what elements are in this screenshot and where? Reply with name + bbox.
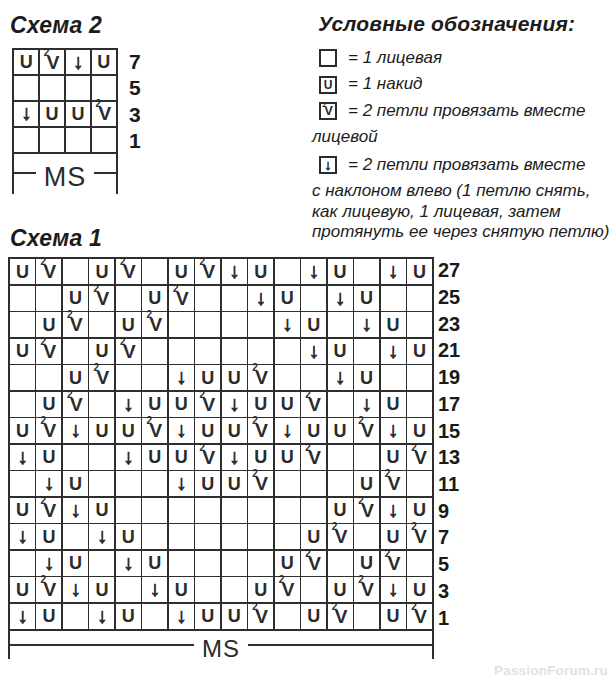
yarn-over-glyph: U (360, 554, 373, 572)
scheme1-cell-r17-c5: ↓ (116, 392, 141, 417)
yarn-over-glyph: U (148, 448, 161, 466)
scheme1-cell-r23-c6: V2 (142, 312, 167, 337)
scheme1-cell-r15-c14: V2 (354, 418, 379, 443)
scheme1-cell-r19-c9: U (222, 365, 247, 390)
scheme1-cell-r21-c2: V2 (36, 339, 61, 364)
k2tog-glyph: V2 (44, 342, 57, 361)
ssk-glyph: ↓ (308, 340, 319, 361)
scheme2-grid: UV2↓U↓UUV2 (12, 48, 118, 154)
ssk-glyph: ↓ (308, 260, 319, 281)
scheme1-cell-r25-c3: U (63, 286, 88, 311)
scheme1-cell-r1-c9: U (222, 604, 247, 629)
yarn-over-glyph: U (228, 422, 241, 440)
yarn-over-glyph: U (42, 528, 55, 546)
ssk-glyph: ↓ (17, 446, 28, 467)
scheme1-cell-r11-c10: V2 (248, 471, 273, 496)
legend-item-ssk-continuation: с наклоном влево (1 петлю снять, как лиц… (312, 181, 612, 243)
scheme1-row-numbers: 27252321191715131197531 (436, 257, 466, 631)
scheme1-cell-r9-c10 (248, 498, 273, 523)
scheme1-cell-r27-c2: V2 (36, 259, 61, 284)
scheme2-cell-r5-c3 (66, 76, 90, 100)
scheme1-cell-r15-c3: ↓ (63, 418, 88, 443)
yarn-over-glyph: U (69, 369, 82, 387)
scheme1-cell-r9-c14: V2 (354, 498, 379, 523)
scheme1-cell-r1-c2: U (36, 604, 61, 629)
ssk-glyph: ↓ (388, 578, 399, 599)
yarn-over-glyph: U (175, 395, 188, 413)
k2tog-glyph: V2 (123, 262, 136, 281)
scheme1-cell-r1-c11 (275, 604, 300, 629)
yarn-over-glyph: U (69, 475, 82, 493)
scheme1-cell-r15-c7: ↓ (169, 418, 194, 443)
scheme1-cell-r17-c10: U (248, 392, 273, 417)
yarn-over-glyph: U (42, 607, 55, 625)
scheme1-cell-r11-c3: U (63, 471, 88, 496)
scheme1-cell-r5-c4 (89, 551, 114, 576)
scheme2-ms-bracket: MS (12, 152, 118, 194)
scheme1-cell-r19-c14: U (354, 365, 379, 390)
yarn-over-glyph: U (20, 53, 33, 71)
scheme1-cell-r11-c5 (116, 471, 141, 496)
scheme1-cell-r13-c4 (89, 445, 114, 470)
k2tog-glyph: V2 (361, 421, 374, 440)
scheme1-cell-r23-c12: U (301, 312, 326, 337)
scheme1-cell-r11-c11 (275, 471, 300, 496)
yarn-over-glyph: U (228, 475, 241, 493)
k2tog-glyph: V2 (308, 448, 321, 467)
k2tog-glyph: V2 (414, 527, 427, 546)
scheme1-row-number-3: 3 (436, 578, 466, 605)
scheme1-cell-r19-c12 (301, 365, 326, 390)
ms-bracket-line-left (10, 644, 194, 646)
scheme1-cell-r27-c6 (142, 259, 167, 284)
scheme1-cell-r11-c15: V2 (381, 471, 406, 496)
scheme1-cell-r7-c2: U (36, 524, 61, 549)
k2tog-glyph: V2 (255, 421, 268, 440)
scheme1-cell-r5-c11: U (275, 551, 300, 576)
scheme1-row-number-17: 17 (436, 391, 466, 418)
scheme1-cell-r27-c12: ↓ (301, 259, 326, 284)
yarn-over-glyph: U (324, 79, 333, 91)
k2tog-glyph: V2 (202, 395, 215, 414)
scheme1-cell-r13-c15: U (381, 445, 406, 470)
scheme1-cell-r7-c9 (222, 524, 247, 549)
scheme1-cell-r7-c7 (169, 524, 194, 549)
ssk-glyph: ↓ (176, 366, 187, 387)
scheme1-cell-r23-c15: U (381, 312, 406, 337)
scheme1-cell-r15-c5: U (116, 418, 141, 443)
scheme1-cell-r7-c8 (195, 524, 220, 549)
scheme1-cell-r11-c9: U (222, 471, 247, 496)
yarn-over-glyph: U (201, 369, 214, 387)
yarn-over-glyph: U (175, 581, 188, 599)
scheme1-cell-r27-c13: U (328, 259, 353, 284)
scheme1-cell-r17-c3: V2 (63, 392, 88, 417)
scheme1-cell-r19-c2 (36, 365, 61, 390)
yarn-over-glyph: U (254, 581, 267, 599)
scheme1-cell-r17-c13 (328, 392, 353, 417)
scheme1-cell-r17-c2: U (36, 392, 61, 417)
scheme1-cell-r23-c7 (169, 312, 194, 337)
yarn-over-glyph: U (95, 342, 108, 360)
scheme1-cell-r9-c11 (275, 498, 300, 523)
scheme1-cell-r9-c9 (222, 498, 247, 523)
scheme1-cell-r23-c2: U (36, 312, 61, 337)
scheme1-cell-r19-c8: U (195, 365, 220, 390)
scheme1-cell-r19-c13: ↓ (328, 365, 353, 390)
scheme1-cell-r9-c15: ↓ (381, 498, 406, 523)
scheme1-cell-r9-c2: V2 (36, 498, 61, 523)
scheme1-cell-r25-c6: U (142, 286, 167, 311)
yarn-over-glyph: U (387, 395, 400, 413)
scheme1-cell-r21-c9 (222, 339, 247, 364)
ssk-glyph: ↓ (17, 525, 28, 546)
scheme1-cell-r17-c8: V2 (195, 392, 220, 417)
watermark: PassionForum.ru (494, 663, 608, 678)
k2tog-glyph: V2 (70, 315, 83, 334)
yarn-over-glyph: U (122, 528, 135, 546)
scheme1-cell-r21-c4: U (89, 339, 114, 364)
scheme1-cell-r15-c11: ↓ (275, 418, 300, 443)
scheme1-cell-r21-c8 (195, 339, 220, 364)
k2tog-glyph: V2 (388, 474, 401, 493)
scheme1-cell-r3-c13: U (328, 577, 353, 602)
yarn-over-glyph: U (122, 316, 135, 334)
yarn-over-glyph: U (16, 581, 29, 599)
scheme1-cell-r27-c7: U (169, 259, 194, 284)
yarn-over-glyph: U (148, 289, 161, 307)
scheme1-cell-r5-c14: U (354, 551, 379, 576)
k2tog-glyph: V2 (308, 395, 321, 414)
scheme1-cell-r25-c14: U (354, 286, 379, 311)
scheme1-cell-r17-c11: U (275, 392, 300, 417)
scheme1-cell-r5-c7 (169, 551, 194, 576)
yarn-over-glyph: U (95, 501, 108, 519)
k2tog-glyph: V2 (97, 289, 110, 308)
scheme1-cell-r13-c8: V2 (195, 445, 220, 470)
yarn-over-glyph: U (95, 263, 108, 281)
scheme1-cell-r15-c2: V2 (36, 418, 61, 443)
scheme1-cell-r5-c15: V2 (381, 551, 406, 576)
k2tog-glyph: V2 (282, 580, 295, 599)
yarn-over-glyph: U (254, 395, 267, 413)
scheme1-cell-r7-c6 (142, 524, 167, 549)
scheme1-cell-r5-c13 (328, 551, 353, 576)
scheme1-cell-r19-c1 (10, 365, 35, 390)
scheme1-cell-r7-c5: U (116, 524, 141, 549)
scheme1-cell-r11-c16 (407, 471, 432, 496)
scheme2-cell-r7-c4: U (92, 50, 116, 74)
legend-item-yarn-over: U = 1 накид (319, 74, 612, 94)
scheme1-cell-r7-c4: ↓ (89, 524, 114, 549)
k2tog-glyph: V2 (47, 53, 60, 72)
ssk-glyph: ↓ (176, 605, 187, 626)
scheme2-cell-r1-c1 (14, 128, 38, 152)
ssk-glyph: ↓ (335, 287, 346, 308)
scheme1-cell-r5-c2: ↓ (36, 551, 61, 576)
yarn-over-glyph: U (254, 263, 267, 281)
scheme1-cell-r5-c9 (222, 551, 247, 576)
ms-bracket-line-right (94, 172, 116, 174)
scheme1-cell-r1-c12: U (301, 604, 326, 629)
scheme1-cell-r25-c8 (195, 286, 220, 311)
k2tog-glyph: V2 (255, 474, 268, 493)
scheme1-cell-r9-c16: U (407, 498, 432, 523)
scheme1-cell-r21-c6 (142, 339, 167, 364)
scheme1-cell-r5-c10 (248, 551, 273, 576)
yarn-over-glyph: U (46, 105, 59, 123)
legend-item-yarn-over-text: = 1 накид (348, 74, 423, 94)
scheme1-cell-r11-c7: ↓ (169, 471, 194, 496)
scheme1-cell-r3-c16: U (407, 577, 432, 602)
scheme1-cell-r23-c13 (328, 312, 353, 337)
yarn-over-glyph: U (254, 448, 267, 466)
scheme2-row-numbers: 7531 (127, 48, 151, 154)
yarn-over-glyph: U (175, 448, 188, 466)
scheme1-cell-r1-c1: ↓ (10, 604, 35, 629)
scheme2-cell-r1-c4 (92, 128, 116, 152)
scheme1-cell-r7-c13: V2 (328, 524, 353, 549)
yarn-over-glyph: U (201, 422, 214, 440)
yarn-over-glyph: U (360, 475, 373, 493)
scheme1-cell-r19-c10: V2 (248, 365, 273, 390)
scheme1-cell-r23-c3: V2 (63, 312, 88, 337)
yarn-over-glyph: U (201, 475, 214, 493)
yarn-over-glyph: U (148, 554, 161, 572)
scheme1-cell-r13-c3 (63, 445, 88, 470)
k2tog-glyph: V2 (98, 104, 111, 123)
legend-item-ssk-text: = 2 петли провязать вместе (348, 155, 585, 175)
knit-square-icon (319, 49, 337, 67)
scheme1-cell-r13-c12: V2 (301, 445, 326, 470)
scheme1-cell-r7-c3 (63, 524, 88, 549)
scheme1-cell-r27-c5: V2 (116, 259, 141, 284)
scheme1-cell-r23-c1 (10, 312, 35, 337)
scheme1-cell-r23-c9 (222, 312, 247, 337)
yarn-over-glyph: U (95, 581, 108, 599)
scheme1-cell-r7-c11 (275, 524, 300, 549)
scheme2-cell-r7-c1: U (14, 50, 38, 74)
yarn-over-glyph: U (122, 422, 135, 440)
yarn-over-glyph: U (16, 342, 29, 360)
scheme1-cell-r1-c13: V2 (328, 604, 353, 629)
yarn-over-glyph: U (413, 581, 426, 599)
scheme2-cell-r5-c1 (14, 76, 38, 100)
scheme2-cell-r3-c4: V2 (92, 102, 116, 126)
ssk-glyph: ↓ (388, 419, 399, 440)
yarn-over-glyph: U (413, 501, 426, 519)
scheme1-cell-r15-c13: U (328, 418, 353, 443)
legend-item-knit-text: = 1 лицевая (348, 48, 442, 68)
ssk-glyph: ↓ (21, 102, 32, 123)
scheme1-cell-r5-c5: ↓ (116, 551, 141, 576)
scheme1-cell-r3-c10: U (248, 577, 273, 602)
scheme1-cell-r15-c16: U (407, 418, 432, 443)
scheme1-cell-r21-c13: U (328, 339, 353, 364)
yarn-over-glyph: U (334, 263, 347, 281)
scheme1-cell-r13-c11: U (275, 445, 300, 470)
scheme1-cell-r25-c15 (381, 286, 406, 311)
scheme1-cell-r21-c11 (275, 339, 300, 364)
scheme1-row-number-5: 5 (436, 551, 466, 578)
scheme1-cell-r7-c16: V2 (407, 524, 432, 549)
ssk-icon: ↓ (319, 156, 337, 174)
scheme1-cell-r23-c4 (89, 312, 114, 337)
scheme1-cell-r19-c15 (381, 365, 406, 390)
scheme2-row-number-5: 5 (127, 75, 151, 102)
scheme1-cell-r9-c6 (142, 498, 167, 523)
scheme1-cell-r27-c3 (63, 259, 88, 284)
scheme1-cell-r27-c4: U (89, 259, 114, 284)
scheme1-cell-r9-c5 (116, 498, 141, 523)
ssk-glyph: ↓ (150, 578, 161, 599)
scheme1-cell-r3-c15: ↓ (381, 577, 406, 602)
yarn-over-glyph: U (16, 263, 29, 281)
k2tog-glyph: V2 (44, 501, 57, 520)
k2tog-glyph: V2 (176, 289, 189, 308)
yarn-over-glyph: U (360, 289, 373, 307)
ssk-glyph: ↓ (73, 51, 84, 72)
scheme1-cell-r11-c13 (328, 471, 353, 496)
yarn-over-glyph: U (387, 528, 400, 546)
ssk-glyph: ↓ (325, 158, 332, 172)
scheme1-cell-r17-c1 (10, 392, 35, 417)
yarn-over-glyph: U (42, 316, 55, 334)
yarn-over-glyph: U (413, 263, 426, 281)
scheme1-cell-r23-c11: ↓ (275, 312, 300, 337)
scheme1-cell-r19-c6 (142, 365, 167, 390)
scheme1-cell-r11-c2: ↓ (36, 471, 61, 496)
scheme2-cell-r5-c4 (92, 76, 116, 100)
yarn-over-glyph: U (387, 448, 400, 466)
yarn-over-glyph: U (228, 607, 241, 625)
scheme1-cell-r19-c3: U (63, 365, 88, 390)
yarn-over-glyph: U (228, 369, 241, 387)
legend: = 1 лицевая U = 1 накид V2 = 2 петли про… (312, 48, 612, 250)
yarn-over-glyph: U (281, 448, 294, 466)
k2tog-glyph: V2 (324, 104, 333, 117)
yarn-over-glyph: U (387, 607, 400, 625)
scheme1-cell-r7-c1: ↓ (10, 524, 35, 549)
scheme1-row-number-9: 9 (436, 497, 466, 524)
scheme1-cell-r17-c16 (407, 392, 432, 417)
scheme1-row-number-27: 27 (436, 257, 466, 284)
scheme1-cell-r7-c10 (248, 524, 273, 549)
yarn-over-glyph: U (42, 395, 55, 413)
scheme1-cell-r13-c10: U (248, 445, 273, 470)
scheme1-cell-r1-c15: U (381, 604, 406, 629)
ssk-glyph: ↓ (388, 260, 399, 281)
scheme1-cell-r27-c14 (354, 259, 379, 284)
scheme1-cell-r1-c8: U (195, 604, 220, 629)
scheme1-cell-r23-c14: ↓ (354, 312, 379, 337)
yarn-over-glyph: U (69, 554, 82, 572)
scheme1-title: Схема 1 (10, 225, 102, 252)
k2tog-glyph: V2 (97, 368, 110, 387)
scheme1-cell-r9-c13: U (328, 498, 353, 523)
scheme2-cell-r7-c3: ↓ (66, 50, 90, 74)
scheme1-cell-r3-c4: U (89, 577, 114, 602)
scheme1-cell-r5-c3: U (63, 551, 88, 576)
scheme1-cell-r23-c16 (407, 312, 432, 337)
scheme1-cell-r27-c11 (275, 259, 300, 284)
scheme1-cell-r21-c15: ↓ (381, 339, 406, 364)
scheme1-row-number-1: 1 (436, 604, 466, 631)
scheme1-cell-r17-c12: V2 (301, 392, 326, 417)
scheme1-cell-r7-c15: U (381, 524, 406, 549)
scheme1-cell-r21-c16: U (407, 339, 432, 364)
k2tog-glyph: V2 (361, 501, 374, 520)
scheme1-cell-r17-c4 (89, 392, 114, 417)
ms-bracket-line-right (248, 644, 432, 646)
k2tog-glyph: V2 (335, 607, 348, 626)
k2tog-glyph: V2 (255, 607, 268, 626)
ssk-glyph: ↓ (44, 472, 55, 493)
ssk-glyph: ↓ (361, 313, 372, 334)
yarn-over-glyph: U (148, 395, 161, 413)
scheme1-cell-r17-c9: ↓ (222, 392, 247, 417)
scheme1-cell-r21-c5: V2 (116, 339, 141, 364)
yarn-over-glyph: U (42, 448, 55, 466)
scheme1-row-number-21: 21 (436, 337, 466, 364)
legend-item-k2tog: V2 = 2 петли провязать вместе (319, 101, 612, 121)
scheme1-cell-r3-c11: V2 (275, 577, 300, 602)
ssk-glyph: ↓ (123, 446, 134, 467)
scheme2-row-number-1: 1 (127, 128, 151, 155)
scheme2-cell-r3-c2: U (40, 102, 64, 126)
k2tog-glyph: V2 (149, 421, 162, 440)
scheme1-row-number-23: 23 (436, 310, 466, 337)
scheme2-row-number-7: 7 (127, 48, 151, 75)
scheme1-cell-r13-c16: V2 (407, 445, 432, 470)
scheme1-cell-r25-c4: V2 (89, 286, 114, 311)
scheme1-cell-r11-c12 (301, 471, 326, 496)
scheme2-ms-label: MS (36, 164, 95, 191)
scheme1-ms-bracket: MS (8, 631, 434, 659)
ssk-glyph: ↓ (388, 340, 399, 361)
scheme1-cell-r17-c6: U (142, 392, 167, 417)
scheme1-cell-r13-c2: U (36, 445, 61, 470)
scheme1-cell-r1-c10: V2 (248, 604, 273, 629)
ssk-glyph: ↓ (70, 499, 81, 520)
yarn-over-glyph: U (69, 289, 82, 307)
scheme1-cell-r17-c14: ↓ (354, 392, 379, 417)
yarn-over-glyph: U (334, 501, 347, 519)
ssk-glyph: ↓ (17, 605, 28, 626)
yarn-over-glyph: U (71, 105, 84, 123)
ssk-glyph: ↓ (361, 393, 372, 414)
scheme1-cell-r5-c12: V2 (301, 551, 326, 576)
scheme1-cell-r23-c8 (195, 312, 220, 337)
yarn-over-glyph: U (334, 342, 347, 360)
scheme1-ms-label: MS (194, 637, 248, 661)
k2tog-glyph: V2 (202, 448, 215, 467)
scheme1-cell-r25-c11: U (275, 286, 300, 311)
scheme1-cell-r15-c8: U (195, 418, 220, 443)
scheme1-cell-r3-c5 (116, 577, 141, 602)
scheme1-cell-r27-c8: V2 (195, 259, 220, 284)
scheme1-row-number-11: 11 (436, 471, 466, 498)
yarn-over-glyph: U (97, 53, 110, 71)
scheme1-cell-r17-c15: U (381, 392, 406, 417)
yarn-over-glyph: U (122, 607, 135, 625)
scheme1-cell-r7-c14 (354, 524, 379, 549)
scheme1-cell-r1-c7: ↓ (169, 604, 194, 629)
scheme1-cell-r11-c1 (10, 471, 35, 496)
scheme1-cell-r11-c8: U (195, 471, 220, 496)
scheme1-cell-r15-c12: U (301, 418, 326, 443)
scheme1-cell-r1-c6 (142, 604, 167, 629)
